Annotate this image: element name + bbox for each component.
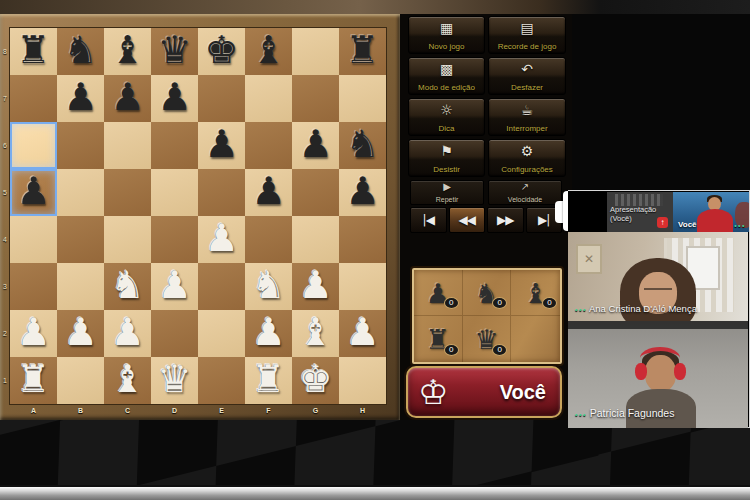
glasses [644, 288, 672, 294]
captured-count-badge: 0 [542, 297, 557, 309]
participant-video-patricia[interactable]: ••• Patricia Fagundes [568, 321, 748, 428]
rank-labels: 87654321 [0, 28, 10, 404]
square-g7[interactable] [292, 75, 339, 122]
skip-to-start-button[interactable]: |◀ [410, 207, 447, 233]
interromper-button[interactable]: ☕Interromper [488, 98, 566, 136]
square-h8[interactable]: ♜ [339, 28, 386, 75]
square-d5[interactable] [151, 169, 198, 216]
square-f8[interactable]: ♝ [245, 28, 292, 75]
square-c5[interactable] [104, 169, 151, 216]
black-pawn: ♟ [57, 73, 104, 120]
square-c8[interactable]: ♝ [104, 28, 151, 75]
square-a7[interactable] [10, 75, 57, 122]
file-labels: ABCDEFGH [10, 405, 386, 419]
square-g1[interactable]: ♚ [292, 357, 339, 404]
menu-button-grid: ▦Novo jogo▤Recorde de jogo▩Modo de ediçã… [408, 16, 568, 177]
participant-avatar [645, 355, 676, 392]
recorde-de-jogo-button[interactable]: ▤Recorde de jogo [488, 16, 566, 54]
edit-mode-icon: ▩ [409, 59, 484, 79]
square-g3[interactable]: ♟ [292, 263, 339, 310]
participant-name-label: ••• Patricia Fagundes [575, 407, 674, 419]
configura-es-button[interactable]: ⚙Configurações [488, 139, 566, 177]
white-pawn: ♟ [245, 308, 292, 355]
white-king: ♚ [292, 355, 339, 402]
black-pawn: ♟ [151, 73, 198, 120]
rank-label-6: 6 [0, 142, 10, 149]
video-call-panel: Apresentação (Você) ↑ Você ••• ✕ ••• Ana… [568, 190, 750, 428]
file-label-h: H [339, 407, 386, 414]
square-h7[interactable] [339, 75, 386, 122]
black-pawn: ♟ [245, 167, 292, 214]
white-knight: ♞ [104, 261, 151, 308]
file-label-b: B [57, 407, 104, 414]
more-menu-icon[interactable]: ••• [575, 411, 587, 418]
tray-slot-knight: ♞0 [463, 270, 512, 316]
square-a3[interactable] [10, 263, 57, 310]
square-d6[interactable] [151, 122, 198, 169]
square-d3[interactable]: ♟ [151, 263, 198, 310]
button-label: Dica [409, 124, 484, 133]
black-pawn: ♟ [292, 120, 339, 167]
button-label: Repetir [411, 196, 483, 203]
chess-board: ♜♞♝♛♚♝♜♟♟♟♟♟♞♟♟♟♟♞♟♞♟♟♟♟♟♝♟♜♝♛♜♚ [10, 28, 386, 404]
square-a2[interactable]: ♟ [10, 310, 57, 357]
button-label: Configurações [489, 165, 565, 174]
black-bishop: ♝ [104, 26, 151, 73]
velocidade-button[interactable]: ↗Velocidade [488, 180, 562, 205]
self-more-menu-icon[interactable]: ••• [734, 222, 746, 229]
square-b3[interactable] [57, 263, 104, 310]
hint-icon: ☼ [409, 100, 484, 120]
rank-label-1: 1 [0, 377, 10, 384]
square-e6[interactable]: ♟ [198, 122, 245, 169]
square-c6[interactable] [104, 122, 151, 169]
square-g8[interactable] [292, 28, 339, 75]
rank-label-8: 8 [0, 48, 10, 55]
white-bishop: ♝ [292, 308, 339, 355]
control-panel: ▦Novo jogo▤Recorde de jogo▩Modo de ediçã… [400, 14, 572, 420]
player-turn-banner: ♔ Você [406, 366, 562, 418]
square-g2[interactable]: ♝ [292, 310, 339, 357]
square-h3[interactable] [339, 263, 386, 310]
captured-pieces-tray: ♟0♞0♝0♜0♛0 [412, 268, 562, 364]
square-e3[interactable] [198, 263, 245, 310]
square-b7[interactable]: ♟ [57, 75, 104, 122]
tray-slot-pawn: ♟0 [414, 270, 463, 316]
black-king: ♚ [198, 26, 245, 73]
square-h1[interactable] [339, 357, 386, 404]
square-a8[interactable]: ♜ [10, 28, 57, 75]
square-f5[interactable]: ♟ [245, 169, 292, 216]
square-f3[interactable]: ♞ [245, 263, 292, 310]
rank-label-3: 3 [0, 283, 10, 290]
participant-name-label: ••• Ana Cristina D'Aló Mença [575, 303, 697, 314]
black-knight: ♞ [57, 26, 104, 73]
replay-icon: ▶ [411, 181, 483, 193]
rank-label-4: 4 [0, 236, 10, 243]
repetir-button[interactable]: ▶Repetir [410, 180, 484, 205]
white-pawn: ♟ [104, 308, 151, 355]
square-f6[interactable] [245, 122, 292, 169]
settings-icon: ⚙ [489, 141, 565, 161]
square-e2[interactable] [198, 310, 245, 357]
square-b8[interactable]: ♞ [57, 28, 104, 75]
square-g5[interactable] [292, 169, 339, 216]
white-king-crown-icon: ♔ [418, 372, 448, 412]
button-label: Desfazer [489, 83, 565, 92]
square-b6[interactable] [57, 122, 104, 169]
white-bishop: ♝ [104, 355, 151, 402]
speed-icon: ↗ [489, 181, 561, 193]
square-a5[interactable]: ♟ [10, 169, 57, 216]
black-pawn: ♟ [104, 73, 151, 120]
window-top-edge [0, 0, 750, 14]
black-pawn: ♟ [198, 120, 245, 167]
desistir-button[interactable]: ⚑Desistir [408, 139, 485, 177]
square-c7[interactable]: ♟ [104, 75, 151, 122]
board-wooden-frame: 87654321 ♜♞♝♛♚♝♜♟♟♟♟♟♞♟♟♟♟♞♟♞♟♟♟♟♟♝♟♜♝♛♜… [0, 14, 400, 420]
white-knight: ♞ [245, 261, 292, 308]
headphone-pad [674, 363, 686, 380]
white-rook: ♜ [245, 355, 292, 402]
modo-de-edi-o-button[interactable]: ▩Modo de edição [408, 57, 485, 95]
button-label: Interromper [489, 124, 565, 133]
transport-button-row: |◀◀◀▶▶▶| [410, 207, 562, 233]
break-cup-icon: ☕ [489, 100, 565, 120]
resign-flag-icon: ⚑ [409, 141, 484, 161]
button-label: Desistir [409, 165, 484, 174]
square-e7[interactable] [198, 75, 245, 122]
undo-icon: ↶ [489, 59, 565, 79]
novo-jogo-button[interactable]: ▦Novo jogo [408, 16, 485, 54]
black-knight-icon: ♞ [463, 270, 511, 315]
square-c3[interactable]: ♞ [104, 263, 151, 310]
captured-count-badge: 0 [444, 297, 459, 309]
window-bottom-chrome [0, 485, 750, 500]
player-name-label: Você [500, 381, 546, 404]
desfazer-button[interactable]: ↶Desfazer [488, 57, 566, 95]
square-a4[interactable] [10, 216, 57, 263]
square-h4[interactable] [339, 216, 386, 263]
button-label: Novo jogo [409, 42, 484, 51]
new-game-icon: ▦ [409, 18, 484, 38]
more-menu-icon[interactable]: ••• [575, 306, 587, 313]
dica-button[interactable]: ☼Dica [408, 98, 485, 136]
square-e4[interactable]: ♟ [198, 216, 245, 263]
square-f7[interactable] [245, 75, 292, 122]
square-c1[interactable]: ♝ [104, 357, 151, 404]
square-d8[interactable]: ♛ [151, 28, 198, 75]
square-c4[interactable] [104, 216, 151, 263]
game-record-icon: ▤ [489, 18, 565, 38]
presentation-thumbnail[interactable]: Apresentação (Você) ↑ [607, 192, 673, 232]
file-label-d: D [151, 407, 198, 414]
white-pawn: ♟ [292, 261, 339, 308]
participant-video-ana[interactable]: ✕ ••• Ana Cristina D'Aló Mença [568, 232, 748, 321]
rank-label-5: 5 [0, 189, 10, 196]
screen-share-icon: ↑ [657, 217, 668, 228]
black-rook: ♜ [10, 26, 57, 73]
file-label-c: C [104, 407, 151, 414]
rewind-button[interactable]: ◀◀ [449, 207, 486, 233]
square-g4[interactable] [292, 216, 339, 263]
black-queen: ♛ [151, 26, 198, 73]
file-label-f: F [245, 407, 292, 414]
captured-count-badge: 0 [444, 344, 459, 356]
rank-label-2: 2 [0, 330, 10, 337]
square-c2[interactable]: ♟ [104, 310, 151, 357]
square-g6[interactable]: ♟ [292, 122, 339, 169]
square-b4[interactable] [57, 216, 104, 263]
square-e1[interactable] [198, 357, 245, 404]
white-pawn: ♟ [151, 261, 198, 308]
black-pawn: ♟ [10, 167, 57, 214]
white-pawn: ♟ [198, 214, 245, 261]
white-pawn: ♟ [10, 308, 57, 355]
tray-slot-bishop: ♝0 [511, 270, 560, 316]
tray-slot-queen: ♛0 [463, 316, 512, 362]
headphone-pad [635, 363, 647, 380]
fast-forward-button[interactable]: ▶▶ [487, 207, 524, 233]
self-video-thumbnail[interactable]: Você ••• [673, 192, 749, 232]
square-d1[interactable]: ♛ [151, 357, 198, 404]
file-label-g: G [292, 407, 339, 414]
white-rook: ♜ [10, 355, 57, 402]
tray-slot-empty [511, 316, 560, 362]
white-pawn: ♟ [57, 308, 104, 355]
square-b1[interactable] [57, 357, 104, 404]
square-f2[interactable]: ♟ [245, 310, 292, 357]
square-a6[interactable] [10, 122, 57, 169]
square-e5[interactable] [198, 169, 245, 216]
button-label: Modo de edição [409, 83, 484, 92]
black-bishop: ♝ [245, 26, 292, 73]
button-label: Velocidade [489, 196, 561, 203]
square-a1[interactable]: ♜ [10, 357, 57, 404]
black-rook: ♜ [339, 26, 386, 73]
screenshot-stage: 87654321 ♜♞♝♛♚♝♜♟♟♟♟♟♞♟♟♟♟♞♟♞♟♟♟♟♟♝♟♜♝♛♜… [0, 0, 750, 500]
rank-label-7: 7 [0, 95, 10, 102]
square-d7[interactable]: ♟ [151, 75, 198, 122]
chess-app-window: 87654321 ♜♞♝♛♚♝♜♟♟♟♟♟♞♟♟♟♟♞♟♞♟♟♟♟♟♝♟♜♝♛♜… [0, 14, 572, 420]
playback-button-row: ▶Repetir↗Velocidade [410, 180, 562, 205]
file-label-e: E [198, 407, 245, 414]
file-label-a: A [10, 407, 57, 414]
button-label: Recorde de jogo [489, 42, 565, 51]
black-knight: ♞ [339, 120, 386, 167]
square-f4[interactable] [245, 216, 292, 263]
white-queen: ♛ [151, 355, 198, 402]
square-h6[interactable]: ♞ [339, 122, 386, 169]
square-d4[interactable] [151, 216, 198, 263]
black-pawn: ♟ [339, 167, 386, 214]
square-b2[interactable]: ♟ [57, 310, 104, 357]
square-d2[interactable] [151, 310, 198, 357]
square-h2[interactable]: ♟ [339, 310, 386, 357]
square-e8[interactable]: ♚ [198, 28, 245, 75]
square-h5[interactable]: ♟ [339, 169, 386, 216]
tray-slot-rook: ♜0 [414, 316, 463, 362]
picture-frame: ✕ [576, 244, 602, 274]
square-b5[interactable] [57, 169, 104, 216]
square-f1[interactable]: ♜ [245, 357, 292, 404]
white-pawn: ♟ [339, 308, 386, 355]
self-name-label: Você [678, 220, 697, 229]
